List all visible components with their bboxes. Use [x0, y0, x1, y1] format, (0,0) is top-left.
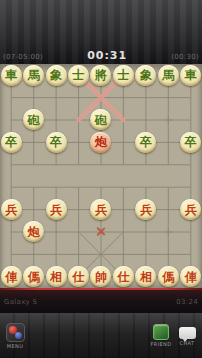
player-name: Galaxy S	[4, 298, 37, 306]
time-setting-left: (07-05:00)	[3, 53, 43, 61]
game-screen: (07-05:00) 00:31 (00:30)	[0, 0, 202, 358]
piece-black-advisor[interactable]: 士	[68, 65, 89, 86]
piece-red-horse[interactable]: 傌	[158, 266, 179, 287]
piece-red-soldier[interactable]: 兵	[90, 199, 111, 220]
piece-red-soldier[interactable]: 兵	[46, 199, 67, 220]
piece-red-advisor[interactable]: 仕	[68, 266, 89, 287]
piece-red-soldier[interactable]: 兵	[135, 199, 156, 220]
top-bar: (07-05:00) 00:31 (00:30)	[0, 0, 202, 64]
piece-red-chariot[interactable]: 俥	[1, 266, 22, 287]
piece-layer[interactable]: 車馬象士將士象馬車砲砲卒卒炮卒卒兵兵兵兵兵炮俥傌相仕帥仕相傌俥	[0, 64, 202, 288]
piece-red-soldier[interactable]: 兵	[180, 199, 201, 220]
friend-button[interactable]: FRIEND	[148, 324, 174, 347]
piece-black-soldier[interactable]: 卒	[46, 132, 67, 153]
piece-red-soldier[interactable]: 兵	[1, 199, 22, 220]
piece-red-elephant[interactable]: 相	[135, 266, 156, 287]
piece-black-cannon[interactable]: 砲	[90, 109, 111, 130]
piece-black-chariot[interactable]: 車	[1, 65, 22, 86]
status-strip: Galaxy S 03:24	[0, 290, 202, 313]
friend-icon	[153, 324, 169, 340]
game-clock: 03:24	[176, 298, 198, 306]
piece-black-advisor[interactable]: 士	[113, 65, 134, 86]
piece-red-horse[interactable]: 傌	[23, 266, 44, 287]
toolbar: MENU FRIEND CHAT	[0, 313, 202, 358]
piece-black-chariot[interactable]: 車	[180, 65, 201, 86]
piece-black-soldier[interactable]: 卒	[1, 132, 22, 153]
piece-black-general[interactable]: 將	[90, 65, 111, 86]
piece-black-cannon[interactable]: 砲	[23, 109, 44, 130]
move-timer: 00:31	[87, 49, 127, 62]
last-move-marker	[95, 226, 106, 237]
menu-button-label: MENU	[7, 343, 23, 349]
piece-red-chariot[interactable]: 俥	[180, 266, 201, 287]
timer-row: (07-05:00) 00:31 (00:30)	[0, 49, 202, 62]
menu-icon	[6, 323, 25, 342]
blue-piece-icon	[15, 332, 22, 339]
xiangqi-board[interactable]: 車馬象士將士象馬車砲砲卒卒炮卒卒兵兵兵兵兵炮俥傌相仕帥仕相傌俥	[0, 64, 202, 288]
piece-black-horse[interactable]: 馬	[158, 65, 179, 86]
piece-black-soldier[interactable]: 卒	[180, 132, 201, 153]
piece-black-horse[interactable]: 馬	[23, 65, 44, 86]
piece-red-cannon[interactable]: 炮	[90, 132, 111, 153]
friend-button-label: FRIEND	[151, 341, 172, 347]
piece-black-soldier[interactable]: 卒	[135, 132, 156, 153]
piece-red-advisor[interactable]: 仕	[113, 266, 134, 287]
piece-red-elephant[interactable]: 相	[46, 266, 67, 287]
chat-bubble-icon	[179, 327, 196, 339]
piece-red-cannon[interactable]: 炮	[23, 221, 44, 242]
piece-black-elephant[interactable]: 象	[135, 65, 156, 86]
menu-button[interactable]: MENU	[2, 323, 28, 349]
piece-red-general[interactable]: 帥	[90, 266, 111, 287]
piece-black-elephant[interactable]: 象	[46, 65, 67, 86]
time-setting-right: (00:30)	[171, 53, 199, 61]
chat-button[interactable]: CHAT	[174, 325, 200, 346]
